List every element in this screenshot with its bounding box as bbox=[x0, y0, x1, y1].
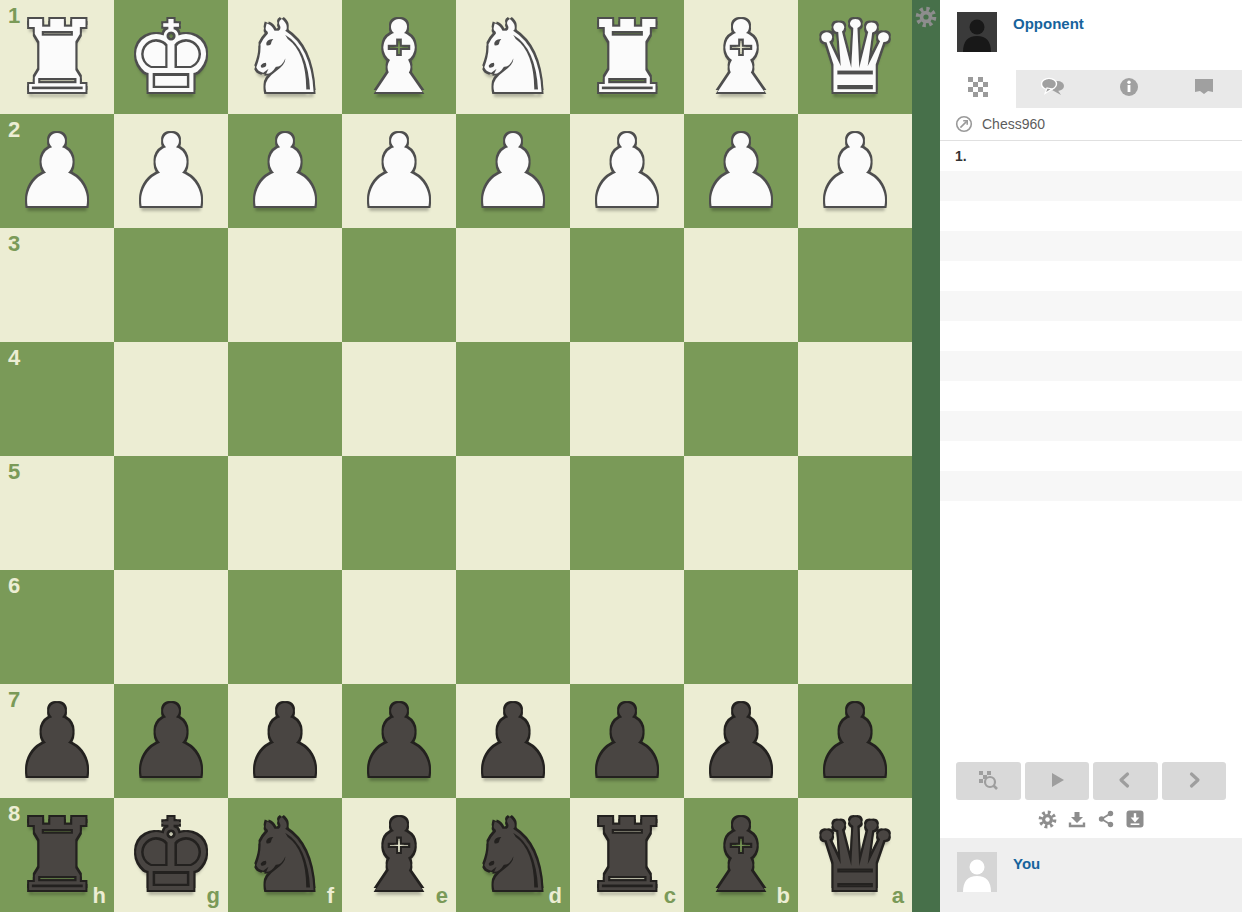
square-f1[interactable]: ♞ bbox=[228, 0, 342, 114]
square-b6[interactable] bbox=[684, 570, 798, 684]
square-d4[interactable] bbox=[456, 342, 570, 456]
board-tab-icon bbox=[968, 77, 988, 101]
utility-icons-row bbox=[956, 809, 1226, 829]
white-rook[interactable]: ♜ bbox=[582, 0, 672, 114]
square-h3[interactable]: 3 bbox=[0, 228, 114, 342]
sidebar-tab-bar bbox=[940, 70, 1242, 108]
square-h8[interactable]: 8h♜ bbox=[0, 798, 114, 912]
square-a4[interactable] bbox=[798, 342, 912, 456]
white-pawn[interactable]: ♟ bbox=[810, 114, 900, 228]
square-d8[interactable]: d♞ bbox=[456, 798, 570, 912]
you-name[interactable]: You bbox=[1013, 855, 1040, 872]
white-king[interactable]: ♚ bbox=[126, 0, 216, 114]
square-e5[interactable] bbox=[342, 456, 456, 570]
square-e7[interactable]: ♟ bbox=[342, 684, 456, 798]
square-b3[interactable] bbox=[684, 228, 798, 342]
file-label-c: c bbox=[664, 885, 676, 907]
white-pawn[interactable]: ♟ bbox=[468, 114, 558, 228]
square-c7[interactable]: ♟ bbox=[570, 684, 684, 798]
move-row-empty bbox=[940, 351, 1242, 381]
game-sidebar: Opponent bbox=[940, 0, 1242, 912]
move-row-empty bbox=[940, 291, 1242, 321]
move-row-empty bbox=[940, 201, 1242, 231]
tab-notes[interactable] bbox=[1167, 70, 1242, 108]
move-row-empty bbox=[940, 471, 1242, 501]
square-a8[interactable]: a♛ bbox=[798, 798, 912, 912]
square-f3[interactable] bbox=[228, 228, 342, 342]
white-pawn[interactable]: ♟ bbox=[12, 114, 102, 228]
white-knight[interactable]: ♞ bbox=[468, 0, 558, 114]
square-h5[interactable]: 5 bbox=[0, 456, 114, 570]
white-pawn[interactable]: ♟ bbox=[696, 114, 786, 228]
file-label-g: g bbox=[207, 885, 220, 907]
opponent-header: Opponent bbox=[940, 0, 1242, 70]
square-g3[interactable] bbox=[114, 228, 228, 342]
square-a7[interactable]: ♟ bbox=[798, 684, 912, 798]
opponent-avatar bbox=[957, 12, 997, 52]
square-h4[interactable]: 4 bbox=[0, 342, 114, 456]
square-a5[interactable] bbox=[798, 456, 912, 570]
move-row-1: 1. bbox=[940, 141, 1242, 171]
previous-move-button[interactable] bbox=[1093, 762, 1158, 800]
square-g7[interactable]: ♟ bbox=[114, 684, 228, 798]
move-number: 1. bbox=[955, 148, 967, 164]
rank-label-8: 8 bbox=[8, 803, 20, 825]
square-b4[interactable] bbox=[684, 342, 798, 456]
square-b1[interactable]: ♝ bbox=[684, 0, 798, 114]
square-a3[interactable] bbox=[798, 228, 912, 342]
square-f5[interactable] bbox=[228, 456, 342, 570]
tab-chat[interactable] bbox=[1016, 70, 1092, 108]
play-button[interactable] bbox=[1025, 762, 1090, 800]
square-g6[interactable] bbox=[114, 570, 228, 684]
square-g5[interactable] bbox=[114, 456, 228, 570]
black-pawn[interactable]: ♟ bbox=[126, 684, 216, 798]
black-king[interactable]: ♚ bbox=[126, 798, 216, 912]
square-e3[interactable] bbox=[342, 228, 456, 342]
square-f2[interactable]: ♟ bbox=[228, 114, 342, 228]
square-f8[interactable]: f♞ bbox=[228, 798, 342, 912]
square-d3[interactable] bbox=[456, 228, 570, 342]
tab-info[interactable] bbox=[1091, 70, 1167, 108]
white-pawn[interactable]: ♟ bbox=[354, 114, 444, 228]
move-row-empty bbox=[940, 261, 1242, 291]
black-rook[interactable]: ♜ bbox=[582, 798, 672, 912]
black-bishop[interactable]: ♝ bbox=[354, 798, 444, 912]
black-knight[interactable]: ♞ bbox=[468, 798, 558, 912]
square-d5[interactable] bbox=[456, 456, 570, 570]
variant-row: Chess960 bbox=[940, 108, 1242, 141]
square-a6[interactable] bbox=[798, 570, 912, 684]
square-g1[interactable]: ♚ bbox=[114, 0, 228, 114]
file-label-b: b bbox=[777, 885, 790, 907]
play-icon bbox=[1047, 770, 1067, 793]
square-f6[interactable] bbox=[228, 570, 342, 684]
black-bishop[interactable]: ♝ bbox=[696, 798, 786, 912]
rank-label-5: 5 bbox=[8, 461, 20, 483]
variant-label: Chess960 bbox=[982, 116, 1045, 132]
move-list: 1. bbox=[940, 141, 1242, 762]
variant-clock-icon bbox=[955, 115, 973, 133]
chess960-live-game: 1♜♚♞♝♞♜♝♛2♟♟♟♟♟♟♟♟34567♟♟♟♟♟♟♟♟8h♜g♚f♞e♝… bbox=[0, 0, 1242, 912]
square-b2[interactable]: ♟ bbox=[684, 114, 798, 228]
square-h7[interactable]: 7♟ bbox=[0, 684, 114, 798]
file-label-h: h bbox=[93, 885, 106, 907]
square-h2[interactable]: 2♟ bbox=[0, 114, 114, 228]
black-pawn[interactable]: ♟ bbox=[696, 684, 786, 798]
square-e4[interactable] bbox=[342, 342, 456, 456]
rank-label-1: 1 bbox=[8, 5, 20, 27]
white-rook[interactable]: ♜ bbox=[12, 0, 102, 114]
square-h6[interactable]: 6 bbox=[0, 570, 114, 684]
square-b5[interactable] bbox=[684, 456, 798, 570]
white-bishop[interactable]: ♝ bbox=[696, 0, 786, 114]
square-f7[interactable]: ♟ bbox=[228, 684, 342, 798]
square-c1[interactable]: ♜ bbox=[570, 0, 684, 114]
notes-tab-icon bbox=[1194, 78, 1214, 100]
move-row-empty bbox=[940, 231, 1242, 261]
move-row-empty bbox=[940, 321, 1242, 351]
board-settings-gear-icon[interactable] bbox=[915, 6, 937, 28]
file-label-f: f bbox=[327, 885, 334, 907]
move-row-empty bbox=[940, 381, 1242, 411]
navigation-buttons bbox=[956, 762, 1226, 800]
download-icon[interactable] bbox=[1067, 809, 1087, 829]
white-pawn[interactable]: ♟ bbox=[582, 114, 672, 228]
square-e8[interactable]: e♝ bbox=[342, 798, 456, 912]
square-c5[interactable] bbox=[570, 456, 684, 570]
square-a2[interactable]: ♟ bbox=[798, 114, 912, 228]
analysis-button[interactable] bbox=[956, 762, 1021, 800]
white-bishop[interactable]: ♝ bbox=[354, 0, 444, 114]
game-controls bbox=[940, 762, 1242, 838]
square-g2[interactable]: ♟ bbox=[114, 114, 228, 228]
rank-label-4: 4 bbox=[8, 347, 20, 369]
chevron-left-icon bbox=[1116, 771, 1134, 792]
next-move-button[interactable] bbox=[1162, 762, 1227, 800]
move-row-empty bbox=[940, 441, 1242, 471]
square-e6[interactable] bbox=[342, 570, 456, 684]
black-pawn[interactable]: ♟ bbox=[240, 684, 330, 798]
move-row-empty bbox=[940, 171, 1242, 201]
chat-tab-icon bbox=[1041, 77, 1065, 101]
square-e2[interactable]: ♟ bbox=[342, 114, 456, 228]
black-rook[interactable]: ♜ bbox=[12, 798, 102, 912]
save-download-square-icon[interactable] bbox=[1125, 809, 1145, 829]
square-d7[interactable]: ♟ bbox=[456, 684, 570, 798]
rank-label-2: 2 bbox=[8, 119, 20, 141]
square-c2[interactable]: ♟ bbox=[570, 114, 684, 228]
square-g4[interactable] bbox=[114, 342, 228, 456]
black-knight[interactable]: ♞ bbox=[240, 798, 330, 912]
analysis-board-icon bbox=[977, 769, 999, 794]
black-pawn[interactable]: ♟ bbox=[468, 684, 558, 798]
square-d6[interactable] bbox=[456, 570, 570, 684]
chevron-right-icon bbox=[1185, 771, 1203, 792]
move-row-empty bbox=[940, 411, 1242, 441]
file-label-d: d bbox=[549, 885, 562, 907]
white-queen[interactable]: ♛ bbox=[810, 0, 900, 114]
rank-label-6: 6 bbox=[8, 575, 20, 597]
tab-game[interactable] bbox=[940, 70, 1016, 108]
file-label-e: e bbox=[436, 885, 448, 907]
square-b7[interactable]: ♟ bbox=[684, 684, 798, 798]
you-avatar bbox=[957, 852, 997, 892]
square-f4[interactable] bbox=[228, 342, 342, 456]
black-pawn[interactable]: ♟ bbox=[354, 684, 444, 798]
board-gutter bbox=[912, 0, 940, 912]
black-pawn[interactable]: ♟ bbox=[12, 684, 102, 798]
white-knight[interactable]: ♞ bbox=[240, 0, 330, 114]
square-g8[interactable]: g♚ bbox=[114, 798, 228, 912]
square-c3[interactable] bbox=[570, 228, 684, 342]
info-tab-icon bbox=[1119, 77, 1139, 101]
chess-board: 1♜♚♞♝♞♜♝♛2♟♟♟♟♟♟♟♟34567♟♟♟♟♟♟♟♟8h♜g♚f♞e♝… bbox=[0, 0, 912, 912]
square-d2[interactable]: ♟ bbox=[456, 114, 570, 228]
white-pawn[interactable]: ♟ bbox=[240, 114, 330, 228]
rank-label-3: 3 bbox=[8, 233, 20, 255]
square-h1[interactable]: 1♜ bbox=[0, 0, 114, 114]
rank-label-7: 7 bbox=[8, 689, 20, 711]
black-pawn[interactable]: ♟ bbox=[810, 684, 900, 798]
square-c4[interactable] bbox=[570, 342, 684, 456]
you-section: You bbox=[940, 838, 1242, 912]
square-c8[interactable]: c♜ bbox=[570, 798, 684, 912]
square-b8[interactable]: b♝ bbox=[684, 798, 798, 912]
white-pawn[interactable]: ♟ bbox=[126, 114, 216, 228]
square-d1[interactable]: ♞ bbox=[456, 0, 570, 114]
file-label-a: a bbox=[892, 885, 904, 907]
square-c6[interactable] bbox=[570, 570, 684, 684]
share-icon[interactable] bbox=[1096, 809, 1116, 829]
square-a1[interactable]: ♛ bbox=[798, 0, 912, 114]
black-pawn[interactable]: ♟ bbox=[582, 684, 672, 798]
black-queen[interactable]: ♛ bbox=[810, 798, 900, 912]
square-e1[interactable]: ♝ bbox=[342, 0, 456, 114]
opponent-name[interactable]: Opponent bbox=[1013, 15, 1084, 32]
settings-gear-icon[interactable] bbox=[1038, 809, 1058, 829]
